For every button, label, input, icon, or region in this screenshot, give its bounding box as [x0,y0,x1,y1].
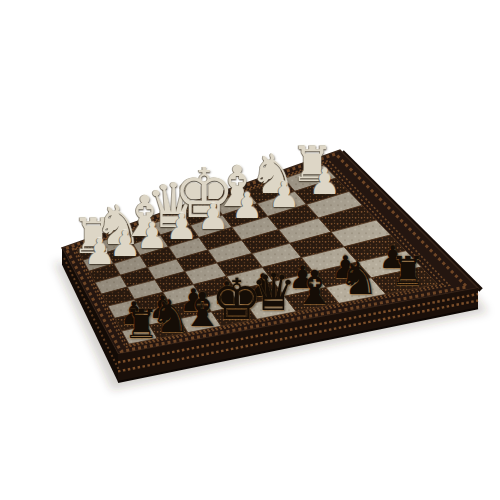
black-bishop: ♝ [172,286,233,333]
black-pawn: ♟ [173,285,214,316]
black-bishop: ♝ [284,264,345,311]
white-pawn: ♟ [102,226,148,262]
black-pawn: ♟ [142,292,183,323]
white-queen: ♛ [134,175,214,236]
black-pawn: ♟ [282,262,323,293]
black-pawn: ♟ [206,278,247,309]
black-pawn: ♟ [372,242,413,273]
white-pawn: ♟ [301,164,347,200]
black-knight: ♞ [141,294,200,339]
white-king: ♚ [160,159,249,227]
black-pawn: ♟ [113,298,154,329]
black-rook: ♜ [382,251,434,291]
chess-set-product-photo: ♜♞♝♚♛♝♞♜♟♟♟♟♟♟♟♟♟♟♟♟♟♟♟♟♜♞♝♛♚♝♞♜ [0,0,500,500]
white-rook: ♜ [62,212,125,260]
white-pawn: ♟ [129,218,175,254]
white-bishop: ♝ [201,158,275,215]
black-pawn: ♟ [242,270,283,301]
black-king: ♚ [200,271,274,328]
black-rook: ♜ [115,304,167,344]
white-pawn: ♟ [77,234,123,270]
white-pawn: ♟ [261,177,307,213]
white-pawn: ♟ [158,209,204,245]
white-pawn: ♟ [190,199,236,235]
white-pawn: ♟ [224,188,270,224]
chess-pieces-layer: ♜♞♝♚♛♝♞♜♟♟♟♟♟♟♟♟♟♟♟♟♟♟♟♟♜♞♝♛♚♝♞♜ [0,0,500,500]
white-rook: ♜ [281,140,344,188]
white-bishop: ♝ [108,188,182,245]
black-queen: ♛ [241,268,307,319]
black-pawn: ♟ [325,252,366,283]
black-knight: ♞ [330,256,389,301]
white-knight: ♞ [238,148,309,202]
white-knight: ♞ [83,199,154,253]
